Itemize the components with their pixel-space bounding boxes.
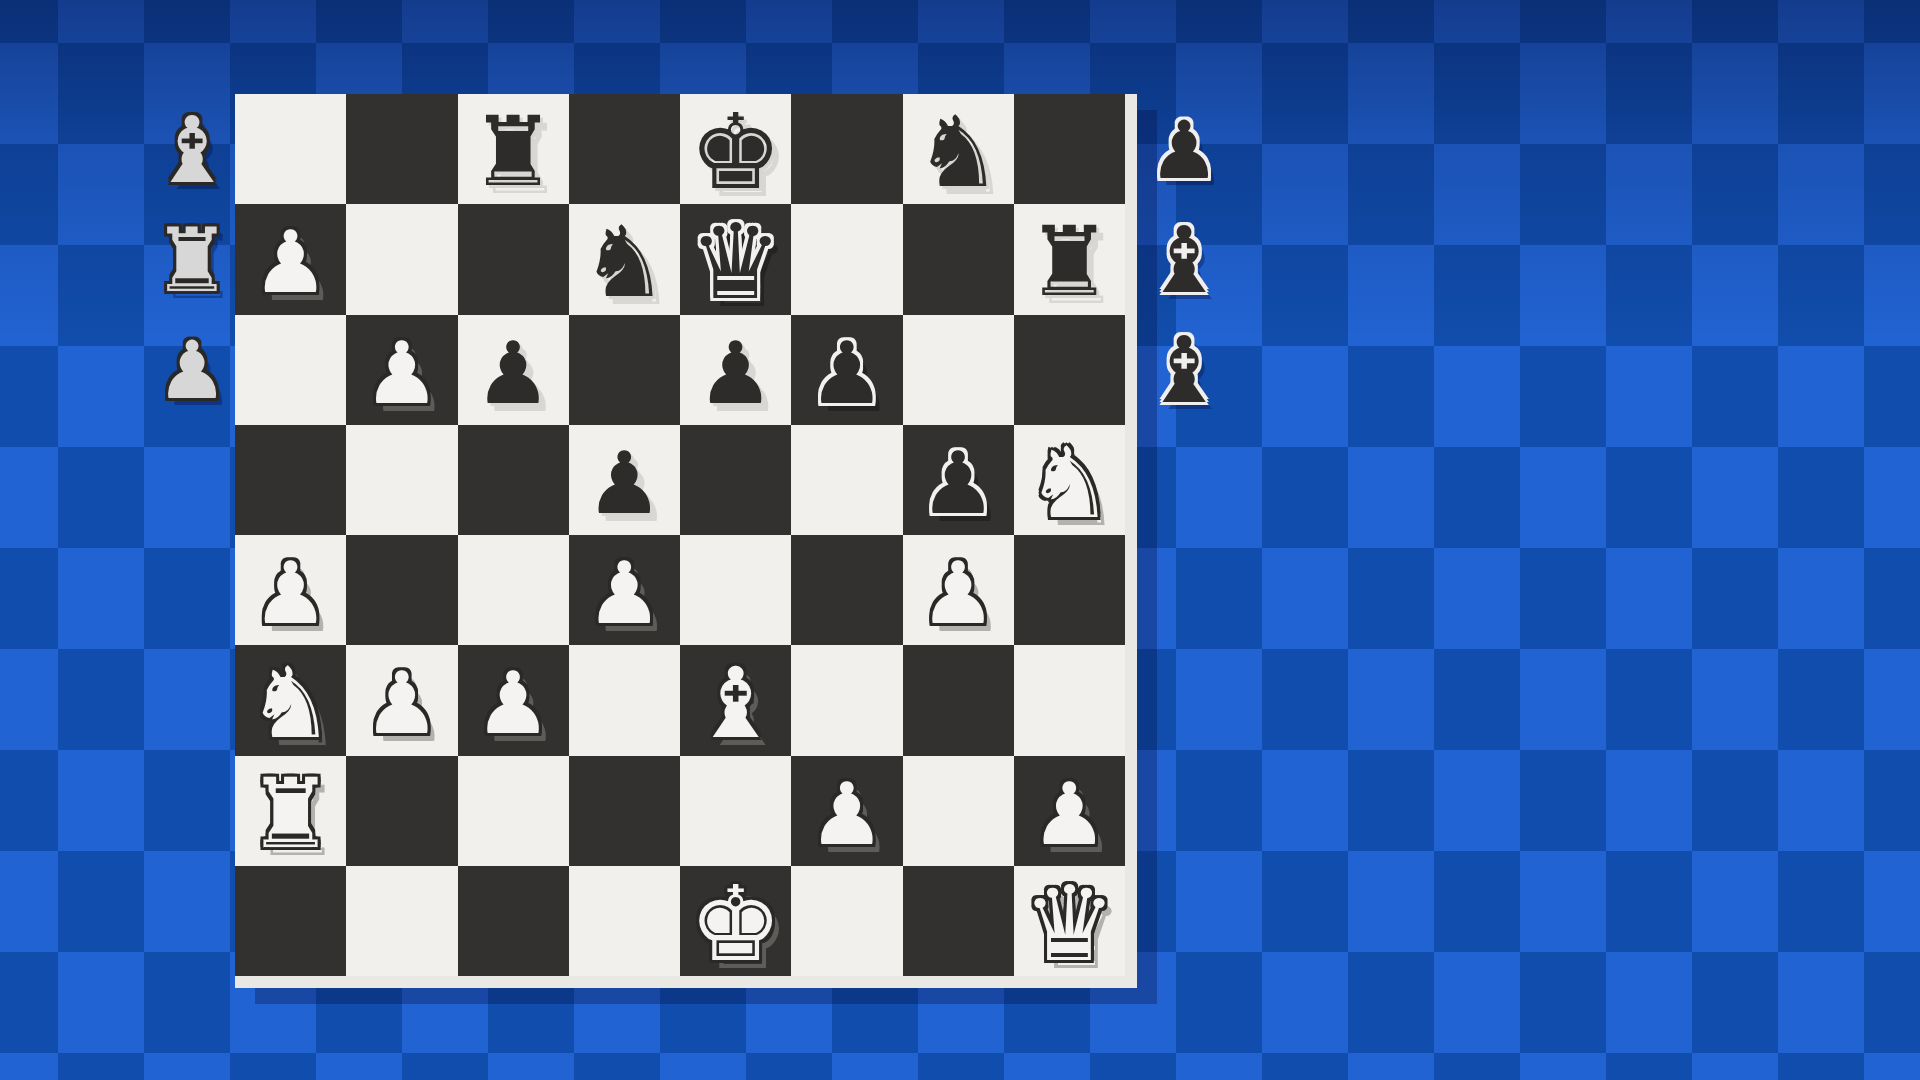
square-a8[interactable]: [235, 94, 346, 204]
square-d7[interactable]: ♞: [569, 204, 680, 314]
white-pawn[interactable]: ♟: [1031, 771, 1108, 857]
square-f6[interactable]: ♟: [791, 315, 902, 425]
square-b6[interactable]: ♟: [346, 315, 457, 425]
square-h3[interactable]: [1014, 645, 1125, 755]
square-h4[interactable]: [1014, 535, 1125, 645]
black-queen[interactable]: ♛: [689, 210, 782, 314]
square-h6[interactable]: [1014, 315, 1125, 425]
square-h5[interactable]: ♞: [1014, 425, 1125, 535]
black-king[interactable]: ♚: [689, 100, 782, 204]
square-f5[interactable]: [791, 425, 902, 535]
square-e4[interactable]: [680, 535, 791, 645]
square-h7[interactable]: ♜: [1014, 204, 1125, 314]
square-d8[interactable]: [569, 94, 680, 204]
captured-white-bishop: ♝: [151, 105, 233, 197]
square-g4[interactable]: ♟: [903, 535, 1014, 645]
white-pawn[interactable]: ♟: [475, 660, 552, 746]
game-background: ♝♜♟ ♜♚♞♟♞♛♜♟♟♟♟♟♟♞♟♟♟♞♟♟♝♜♟♟♚♛ ♟♝♝: [0, 0, 1920, 1080]
captured-black-bishop: ♝: [1143, 325, 1225, 417]
square-c2[interactable]: [458, 756, 569, 866]
square-f7[interactable]: [791, 204, 902, 314]
square-f3[interactable]: [791, 645, 902, 755]
white-pawn[interactable]: ♟: [252, 219, 329, 305]
square-e6[interactable]: ♟: [680, 315, 791, 425]
white-knight[interactable]: ♞: [1025, 434, 1113, 532]
square-b5[interactable]: [346, 425, 457, 535]
square-g7[interactable]: [903, 204, 1014, 314]
black-knight[interactable]: ♞: [580, 213, 668, 311]
white-pawn[interactable]: ♟: [920, 550, 997, 636]
square-f2[interactable]: ♟: [791, 756, 902, 866]
white-pawn[interactable]: ♟: [363, 330, 440, 416]
square-e8[interactable]: ♚: [680, 94, 791, 204]
black-pawn[interactable]: ♟: [697, 330, 774, 416]
square-d6[interactable]: [569, 315, 680, 425]
square-b7[interactable]: [346, 204, 457, 314]
captured-slot: ♝: [142, 96, 242, 206]
white-pawn[interactable]: ♟: [252, 550, 329, 636]
captured-white-tray: ♝♜♟: [142, 96, 242, 426]
square-f1[interactable]: [791, 866, 902, 976]
captured-white-rook: ♜: [153, 217, 232, 305]
square-c6[interactable]: ♟: [458, 315, 569, 425]
white-rook[interactable]: ♜: [248, 766, 334, 862]
square-b8[interactable]: [346, 94, 457, 204]
black-rook[interactable]: ♜: [1026, 214, 1112, 310]
square-h8[interactable]: [1014, 94, 1125, 204]
white-bishop[interactable]: ♝: [692, 654, 780, 752]
square-g3[interactable]: [903, 645, 1014, 755]
black-rook[interactable]: ♜: [470, 104, 556, 200]
captured-slot: ♟: [142, 316, 242, 426]
square-d4[interactable]: ♟: [569, 535, 680, 645]
captured-white-pawn: ♟: [156, 331, 228, 411]
captured-black-tray: ♟♝♝: [1134, 96, 1234, 426]
captured-slot: ♜: [142, 206, 242, 316]
square-g2[interactable]: [903, 756, 1014, 866]
square-e7[interactable]: ♛: [680, 204, 791, 314]
square-b1[interactable]: [346, 866, 457, 976]
square-a3[interactable]: ♞: [235, 645, 346, 755]
square-c8[interactable]: ♜: [458, 94, 569, 204]
square-e5[interactable]: [680, 425, 791, 535]
square-b2[interactable]: [346, 756, 457, 866]
square-c1[interactable]: [458, 866, 569, 976]
square-c3[interactable]: ♟: [458, 645, 569, 755]
square-b4[interactable]: [346, 535, 457, 645]
square-a7[interactable]: ♟: [235, 204, 346, 314]
chess-board[interactable]: ♜♚♞♟♞♛♜♟♟♟♟♟♟♞♟♟♟♞♟♟♝♜♟♟♚♛: [235, 94, 1137, 988]
square-a5[interactable]: [235, 425, 346, 535]
square-d1[interactable]: [569, 866, 680, 976]
captured-black-pawn: ♟: [1148, 111, 1220, 191]
white-knight[interactable]: ♞: [247, 654, 335, 752]
captured-slot: ♝: [1134, 206, 1234, 316]
white-queen[interactable]: ♛: [1023, 872, 1116, 976]
square-e1[interactable]: ♚: [680, 866, 791, 976]
black-pawn[interactable]: ♟: [808, 330, 885, 416]
square-d3[interactable]: [569, 645, 680, 755]
square-d2[interactable]: [569, 756, 680, 866]
white-pawn[interactable]: ♟: [586, 550, 663, 636]
black-pawn[interactable]: ♟: [586, 440, 663, 526]
black-pawn[interactable]: ♟: [475, 330, 552, 416]
square-g5[interactable]: ♟: [903, 425, 1014, 535]
square-a2[interactable]: ♜: [235, 756, 346, 866]
square-b3[interactable]: ♟: [346, 645, 457, 755]
square-g6[interactable]: [903, 315, 1014, 425]
square-c4[interactable]: [458, 535, 569, 645]
square-f4[interactable]: [791, 535, 902, 645]
square-h1[interactable]: ♛: [1014, 866, 1125, 976]
square-c5[interactable]: [458, 425, 569, 535]
white-king[interactable]: ♚: [689, 872, 782, 976]
square-e3[interactable]: ♝: [680, 645, 791, 755]
square-f8[interactable]: [791, 94, 902, 204]
square-h2[interactable]: ♟: [1014, 756, 1125, 866]
square-a4[interactable]: ♟: [235, 535, 346, 645]
square-g8[interactable]: ♞: [903, 94, 1014, 204]
white-pawn[interactable]: ♟: [808, 771, 885, 857]
square-a6[interactable]: [235, 315, 346, 425]
white-pawn[interactable]: ♟: [363, 660, 440, 746]
captured-slot: ♟: [1134, 96, 1234, 206]
square-d5[interactable]: ♟: [569, 425, 680, 535]
square-a1[interactable]: [235, 866, 346, 976]
captured-slot: ♝: [1134, 316, 1234, 426]
black-pawn[interactable]: ♟: [920, 440, 997, 526]
black-knight[interactable]: ♞: [914, 103, 1002, 201]
captured-black-bishop: ♝: [1143, 215, 1225, 307]
square-e2[interactable]: [680, 756, 791, 866]
square-g1[interactable]: [903, 866, 1014, 976]
square-c7[interactable]: [458, 204, 569, 314]
